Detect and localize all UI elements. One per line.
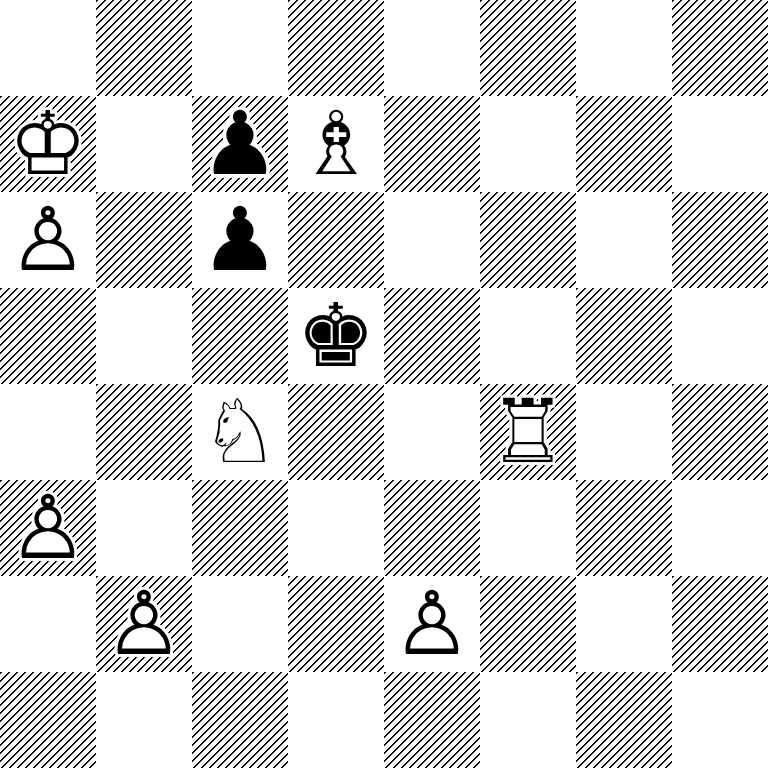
- white-king-outline-glyph: ♔: [0, 96, 96, 192]
- black-king-glyph: ♚: [288, 288, 384, 384]
- square-a5[interactable]: [0, 288, 96, 384]
- square-d7[interactable]: ♝♗: [288, 96, 384, 192]
- square-e2[interactable]: ♟♙: [384, 576, 480, 672]
- square-b6[interactable]: [96, 192, 192, 288]
- square-h7[interactable]: [672, 96, 768, 192]
- square-h5[interactable]: [672, 288, 768, 384]
- black-pawn[interactable]: ♟: [192, 96, 288, 192]
- square-b4[interactable]: [96, 384, 192, 480]
- square-f4[interactable]: ♜♖: [480, 384, 576, 480]
- square-b8[interactable]: [96, 0, 192, 96]
- white-pawn[interactable]: ♟♙: [96, 576, 192, 672]
- white-pawn[interactable]: ♟♙: [0, 192, 96, 288]
- square-f8[interactable]: [480, 0, 576, 96]
- black-king[interactable]: ♚: [288, 288, 384, 384]
- white-pawn-outline-glyph: ♙: [0, 192, 96, 288]
- white-rook[interactable]: ♜♖: [480, 384, 576, 480]
- white-knight-outline-glyph: ♘: [192, 384, 288, 480]
- square-f1[interactable]: [480, 672, 576, 768]
- square-f7[interactable]: [480, 96, 576, 192]
- square-c8[interactable]: [192, 0, 288, 96]
- square-f3[interactable]: [480, 480, 576, 576]
- square-c5[interactable]: [192, 288, 288, 384]
- white-pawn-outline-glyph: ♙: [0, 480, 96, 576]
- square-d8[interactable]: [288, 0, 384, 96]
- square-b1[interactable]: [96, 672, 192, 768]
- square-b7[interactable]: [96, 96, 192, 192]
- square-e7[interactable]: [384, 96, 480, 192]
- square-f6[interactable]: [480, 192, 576, 288]
- square-a2[interactable]: [0, 576, 96, 672]
- square-b2[interactable]: ♟♙: [96, 576, 192, 672]
- square-d2[interactable]: [288, 576, 384, 672]
- square-b3[interactable]: [96, 480, 192, 576]
- square-e8[interactable]: [384, 0, 480, 96]
- square-g6[interactable]: [576, 192, 672, 288]
- square-g7[interactable]: [576, 96, 672, 192]
- square-h6[interactable]: [672, 192, 768, 288]
- square-e1[interactable]: [384, 672, 480, 768]
- square-e5[interactable]: [384, 288, 480, 384]
- white-king[interactable]: ♚♔: [0, 96, 96, 192]
- square-f5[interactable]: [480, 288, 576, 384]
- square-d5[interactable]: ♚: [288, 288, 384, 384]
- square-c3[interactable]: [192, 480, 288, 576]
- square-e3[interactable]: [384, 480, 480, 576]
- white-pawn-outline-glyph: ♙: [96, 576, 192, 672]
- square-c7[interactable]: ♟: [192, 96, 288, 192]
- black-pawn-glyph: ♟: [192, 192, 288, 288]
- chess-board: ♚♔♟♝♗♟♙♟♚♞♘♜♖♟♙♟♙♟♙: [0, 0, 768, 768]
- square-h4[interactable]: [672, 384, 768, 480]
- white-pawn[interactable]: ♟♙: [384, 576, 480, 672]
- square-a3[interactable]: ♟♙: [0, 480, 96, 576]
- square-a6[interactable]: ♟♙: [0, 192, 96, 288]
- square-c2[interactable]: [192, 576, 288, 672]
- white-knight[interactable]: ♞♘: [192, 384, 288, 480]
- white-bishop[interactable]: ♝♗: [288, 96, 384, 192]
- square-a8[interactable]: [0, 0, 96, 96]
- white-bishop-outline-glyph: ♗: [288, 96, 384, 192]
- square-e4[interactable]: [384, 384, 480, 480]
- square-b5[interactable]: [96, 288, 192, 384]
- square-h3[interactable]: [672, 480, 768, 576]
- square-d4[interactable]: [288, 384, 384, 480]
- black-pawn[interactable]: ♟: [192, 192, 288, 288]
- white-pawn-outline-glyph: ♙: [384, 576, 480, 672]
- square-c1[interactable]: [192, 672, 288, 768]
- square-d3[interactable]: [288, 480, 384, 576]
- square-g4[interactable]: [576, 384, 672, 480]
- square-g8[interactable]: [576, 0, 672, 96]
- square-h2[interactable]: [672, 576, 768, 672]
- square-a7[interactable]: ♚♔: [0, 96, 96, 192]
- square-g3[interactable]: [576, 480, 672, 576]
- square-a1[interactable]: [0, 672, 96, 768]
- black-pawn-glyph: ♟: [192, 96, 288, 192]
- square-h8[interactable]: [672, 0, 768, 96]
- white-rook-outline-glyph: ♖: [480, 384, 576, 480]
- square-c6[interactable]: ♟: [192, 192, 288, 288]
- square-d6[interactable]: [288, 192, 384, 288]
- square-g5[interactable]: [576, 288, 672, 384]
- square-a4[interactable]: [0, 384, 96, 480]
- square-h1[interactable]: [672, 672, 768, 768]
- square-e6[interactable]: [384, 192, 480, 288]
- square-g2[interactable]: [576, 576, 672, 672]
- square-f2[interactable]: [480, 576, 576, 672]
- white-pawn[interactable]: ♟♙: [0, 480, 96, 576]
- square-d1[interactable]: [288, 672, 384, 768]
- square-c4[interactable]: ♞♘: [192, 384, 288, 480]
- square-g1[interactable]: [576, 672, 672, 768]
